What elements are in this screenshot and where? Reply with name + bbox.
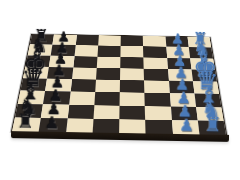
piece-black-rook-a8[interactable]: ♜: [17, 111, 35, 131]
square-h5[interactable]: [98, 35, 121, 46]
square-c5[interactable]: [94, 92, 120, 105]
square-e3[interactable]: [144, 69, 169, 81]
square-d6[interactable]: [70, 79, 96, 92]
square-h4[interactable]: [121, 36, 144, 47]
square-a8[interactable]: ♜: [12, 117, 41, 132]
square-h3[interactable]: [143, 36, 166, 47]
square-d5[interactable]: [95, 80, 120, 93]
square-b4[interactable]: [119, 105, 145, 119]
piece-blue-pawn-a2[interactable]: ♟: [178, 117, 193, 134]
square-b6[interactable]: [67, 105, 94, 119]
square-e6[interactable]: [72, 67, 97, 79]
square-a4[interactable]: [119, 119, 146, 134]
square-e4[interactable]: [120, 68, 144, 80]
square-f5[interactable]: [97, 56, 121, 68]
square-g5[interactable]: [97, 46, 120, 57]
square-g6[interactable]: [74, 45, 98, 56]
photo-scene: ♜♟♟♜♞♟♟♞♝♟♟♝♚♟♟♚♛♟♟♛♝♟♟♝♞♟♟♞♜♟♟♜: [0, 0, 240, 180]
square-f3[interactable]: [144, 57, 168, 69]
square-d3[interactable]: [144, 80, 169, 93]
square-c3[interactable]: [145, 93, 171, 106]
piece-blue-rook-a1[interactable]: ♜: [204, 115, 222, 135]
square-g4[interactable]: [120, 46, 143, 57]
square-c6[interactable]: [69, 92, 95, 105]
square-a1[interactable]: ♜: [198, 120, 227, 135]
square-d4[interactable]: [120, 80, 145, 93]
square-a7[interactable]: ♟: [39, 118, 67, 133]
square-f6[interactable]: [73, 56, 97, 68]
square-b3[interactable]: [145, 106, 171, 120]
piece-black-pawn-a7[interactable]: ♟: [45, 115, 60, 132]
square-a5[interactable]: [92, 119, 119, 134]
square-f4[interactable]: [120, 57, 144, 69]
square-h6[interactable]: [75, 35, 98, 46]
square-e5[interactable]: [96, 68, 120, 80]
square-c4[interactable]: [120, 92, 145, 105]
board-perspective-wrapper: ♜♟♟♜♞♟♟♞♝♟♟♝♚♟♟♚♛♟♟♛♝♟♟♝♞♟♟♞♜♟♟♜: [9, 16, 231, 144]
square-a6[interactable]: [66, 118, 94, 133]
square-a2[interactable]: ♟: [171, 120, 199, 135]
chess-board: ♜♟♟♜♞♟♟♞♝♟♟♝♚♟♟♚♛♟♟♛♝♟♟♝♞♟♟♞♜♟♟♜: [11, 34, 227, 136]
square-a3[interactable]: [145, 120, 172, 135]
square-b5[interactable]: [93, 105, 119, 119]
square-g3[interactable]: [143, 46, 166, 57]
